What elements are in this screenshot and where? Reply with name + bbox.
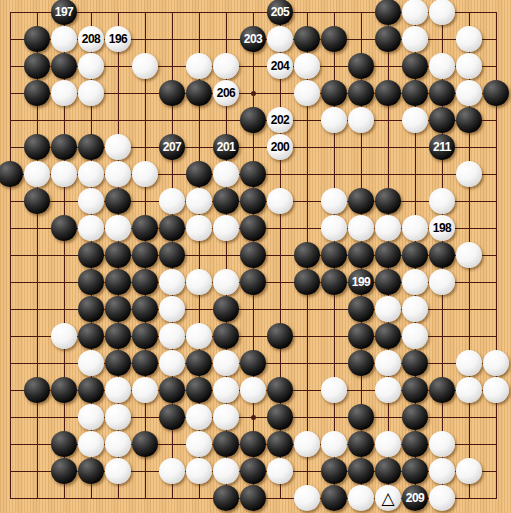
black-stone: [240, 107, 266, 133]
black-stone: [321, 26, 347, 52]
white-stone: [321, 431, 347, 457]
white-stone: [186, 269, 212, 295]
white-stone: [429, 431, 455, 457]
black-stone: [78, 269, 104, 295]
black-stone: [321, 242, 347, 268]
black-stone: [78, 134, 104, 160]
white-stone: [78, 431, 104, 457]
black-stone: [321, 269, 347, 295]
white-stone: [159, 269, 185, 295]
black-stone: [348, 269, 374, 295]
white-stone: [267, 188, 293, 214]
black-stone: [78, 377, 104, 403]
white-stone: [51, 161, 77, 187]
white-stone: [186, 431, 212, 457]
black-stone: [24, 26, 50, 52]
white-stone: [51, 80, 77, 106]
black-stone: [186, 350, 212, 376]
black-stone: [240, 26, 266, 52]
white-stone: [132, 161, 158, 187]
black-stone: [240, 161, 266, 187]
white-stone: [186, 215, 212, 241]
black-stone: [402, 377, 428, 403]
white-stone: [213, 53, 239, 79]
black-stone: [159, 80, 185, 106]
white-stone: [429, 0, 455, 25]
black-stone: [240, 242, 266, 268]
white-stone: [456, 26, 482, 52]
black-stone: [429, 242, 455, 268]
white-stone: [375, 377, 401, 403]
black-stone: [159, 377, 185, 403]
black-stone: [348, 242, 374, 268]
black-stone: [240, 458, 266, 484]
white-stone: [375, 296, 401, 322]
black-stone: [213, 188, 239, 214]
white-stone: [105, 26, 131, 52]
black-stone: [348, 350, 374, 376]
black-stone: [132, 431, 158, 457]
black-stone: [51, 0, 77, 25]
white-stone: [213, 269, 239, 295]
black-stone: [24, 134, 50, 160]
white-stone: [132, 377, 158, 403]
black-stone: [348, 188, 374, 214]
white-stone: [213, 377, 239, 403]
black-stone: [213, 323, 239, 349]
white-stone: [105, 458, 131, 484]
black-stone: [348, 404, 374, 430]
black-stone: [213, 296, 239, 322]
black-stone: [321, 458, 347, 484]
white-stone: [132, 53, 158, 79]
white-stone: [456, 350, 482, 376]
black-stone: [186, 377, 212, 403]
white-stone: [456, 161, 482, 187]
black-stone: [105, 269, 131, 295]
white-stone: [105, 431, 131, 457]
white-stone: [213, 80, 239, 106]
white-stone: [429, 53, 455, 79]
star-point: [251, 91, 256, 96]
black-stone: [51, 377, 77, 403]
black-stone: [240, 431, 266, 457]
white-stone: [456, 377, 482, 403]
white-stone: [267, 134, 293, 160]
black-stone: [24, 80, 50, 106]
white-stone: [321, 188, 347, 214]
black-stone: [132, 269, 158, 295]
white-stone: [159, 350, 185, 376]
white-stone: [78, 26, 104, 52]
white-stone: [186, 188, 212, 214]
white-stone: [348, 107, 374, 133]
white-stone: [186, 404, 212, 430]
black-stone: [267, 0, 293, 25]
white-stone: [213, 350, 239, 376]
black-stone: [267, 377, 293, 403]
black-stone: [402, 53, 428, 79]
white-stone: [78, 350, 104, 376]
black-stone: [51, 431, 77, 457]
white-stone: [186, 323, 212, 349]
white-stone: [213, 215, 239, 241]
black-stone: [51, 134, 77, 160]
white-stone: [294, 80, 320, 106]
black-stone: [429, 80, 455, 106]
black-stone: [186, 161, 212, 187]
black-stone: [240, 188, 266, 214]
white-stone: [321, 377, 347, 403]
black-stone: [348, 80, 374, 106]
black-stone: [159, 242, 185, 268]
black-stone: [267, 431, 293, 457]
white-stone: [402, 107, 428, 133]
black-stone: [402, 80, 428, 106]
white-stone: [78, 404, 104, 430]
black-stone: [105, 296, 131, 322]
black-stone: [402, 350, 428, 376]
black-stone: [105, 188, 131, 214]
black-stone: [267, 404, 293, 430]
black-stone: [375, 26, 401, 52]
white-stone: [456, 80, 482, 106]
white-stone: [402, 215, 428, 241]
black-stone: [240, 215, 266, 241]
black-stone: [321, 485, 347, 511]
white-stone: [105, 161, 131, 187]
black-stone: [132, 296, 158, 322]
black-stone: [375, 188, 401, 214]
white-stone: [483, 377, 509, 403]
white-stone: [213, 161, 239, 187]
white-stone: [78, 215, 104, 241]
black-stone: [429, 134, 455, 160]
white-stone: [105, 377, 131, 403]
black-stone: [105, 242, 131, 268]
black-stone: [240, 350, 266, 376]
white-stone: [375, 485, 401, 511]
black-stone: [51, 53, 77, 79]
white-stone: [456, 53, 482, 79]
white-stone: [78, 161, 104, 187]
black-stone: [213, 134, 239, 160]
black-stone: [348, 323, 374, 349]
white-stone: [105, 215, 131, 241]
black-stone: [267, 323, 293, 349]
white-stone: [159, 323, 185, 349]
white-stone: [186, 458, 212, 484]
black-stone: [159, 215, 185, 241]
black-stone: [186, 80, 212, 106]
white-stone: [267, 107, 293, 133]
star-point: [251, 415, 256, 420]
white-stone: [294, 485, 320, 511]
black-stone: [402, 404, 428, 430]
black-stone: [429, 377, 455, 403]
black-stone: [456, 107, 482, 133]
black-stone: [78, 458, 104, 484]
black-stone: [402, 458, 428, 484]
white-stone: [375, 215, 401, 241]
black-stone: [132, 350, 158, 376]
black-stone: [213, 485, 239, 511]
black-stone: [240, 485, 266, 511]
white-stone: [321, 215, 347, 241]
white-stone: [429, 269, 455, 295]
black-stone: [105, 323, 131, 349]
white-stone: [159, 458, 185, 484]
white-stone: [402, 269, 428, 295]
black-stone: [51, 458, 77, 484]
black-stone: [24, 53, 50, 79]
black-stone: [402, 242, 428, 268]
white-stone: [402, 296, 428, 322]
white-stone: [267, 458, 293, 484]
black-stone: [132, 323, 158, 349]
white-stone: [78, 53, 104, 79]
white-stone: [456, 242, 482, 268]
white-stone: [105, 134, 131, 160]
black-stone: [429, 107, 455, 133]
black-stone: [375, 269, 401, 295]
white-stone: [51, 26, 77, 52]
white-stone: [375, 350, 401, 376]
white-stone: [429, 485, 455, 511]
black-stone: [348, 458, 374, 484]
black-stone: [348, 53, 374, 79]
white-stone: [429, 458, 455, 484]
white-stone: [348, 485, 374, 511]
black-stone: [402, 431, 428, 457]
white-stone: [402, 26, 428, 52]
white-stone: [51, 323, 77, 349]
white-stone: [456, 458, 482, 484]
white-stone: [159, 188, 185, 214]
white-stone: [213, 404, 239, 430]
black-stone: [402, 485, 428, 511]
black-stone: [375, 80, 401, 106]
black-stone: [294, 242, 320, 268]
black-stone: [321, 80, 347, 106]
black-stone: [375, 323, 401, 349]
white-stone: [159, 296, 185, 322]
black-stone: [78, 242, 104, 268]
black-stone: [294, 26, 320, 52]
black-stone: [294, 269, 320, 295]
black-stone: [348, 296, 374, 322]
black-stone: [375, 458, 401, 484]
black-stone: [159, 134, 185, 160]
white-stone: [429, 188, 455, 214]
white-stone: [267, 26, 293, 52]
white-stone: [294, 431, 320, 457]
white-stone: [402, 323, 428, 349]
black-stone: [159, 404, 185, 430]
black-stone: [51, 215, 77, 241]
white-stone: [321, 107, 347, 133]
black-stone: [24, 377, 50, 403]
black-stone: [213, 431, 239, 457]
white-stone: [294, 53, 320, 79]
white-stone: [78, 188, 104, 214]
black-stone: [348, 431, 374, 457]
black-stone: [240, 269, 266, 295]
white-stone: [483, 350, 509, 376]
black-stone: [105, 350, 131, 376]
white-stone: [213, 458, 239, 484]
black-stone: [375, 242, 401, 268]
black-stone: [132, 242, 158, 268]
white-stone: [348, 215, 374, 241]
black-stone: [132, 215, 158, 241]
black-stone: [24, 188, 50, 214]
black-stone: [78, 296, 104, 322]
white-stone: [267, 53, 293, 79]
black-stone: [78, 323, 104, 349]
white-stone: [429, 215, 455, 241]
black-stone: [375, 0, 401, 25]
white-stone: [375, 431, 401, 457]
white-stone: [402, 0, 428, 25]
white-stone: [105, 404, 131, 430]
black-stone: [483, 80, 509, 106]
white-stone: [240, 377, 266, 403]
white-stone: [78, 80, 104, 106]
go-board-screen: 1961971981992002012022032042052062072082…: [0, 0, 511, 513]
white-stone: [24, 161, 50, 187]
white-stone: [186, 53, 212, 79]
